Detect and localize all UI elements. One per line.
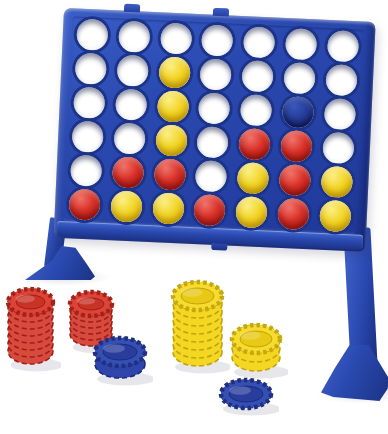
hole [75, 52, 107, 84]
yellow-disc [158, 56, 190, 88]
top-tab [213, 8, 229, 17]
cell-c3-r2[interactable] [153, 54, 196, 90]
yellow-disc [237, 162, 269, 194]
hole [110, 191, 142, 223]
cell-c4-r2[interactable] [195, 56, 238, 92]
hole [237, 162, 269, 194]
hole [235, 196, 267, 228]
cell-c2-r2[interactable] [111, 52, 154, 88]
hole [154, 159, 186, 191]
cell-c4-r6[interactable] [188, 193, 231, 229]
top-tab [124, 4, 140, 13]
hole [197, 126, 229, 158]
yellow-disc [152, 193, 184, 225]
yellow-stack-tall[interactable] [165, 278, 230, 374]
cell-c6-r5[interactable] [273, 162, 316, 198]
yellow-disc [319, 200, 351, 232]
red-disc [277, 198, 309, 230]
red-disc [194, 195, 226, 227]
hole [195, 160, 227, 192]
cell-c3-r6[interactable] [147, 191, 190, 227]
cell-c5-r3[interactable] [235, 92, 278, 128]
yellow-stack-small[interactable] [224, 321, 288, 379]
hole [320, 166, 352, 198]
yellow-disc [320, 166, 352, 198]
hole [115, 88, 147, 120]
hole [72, 121, 104, 153]
hole [243, 26, 275, 58]
hole [240, 94, 272, 126]
hole [323, 98, 355, 130]
hole [117, 54, 149, 86]
hole [200, 58, 232, 90]
hole [155, 124, 187, 156]
cell-c1-r5[interactable] [65, 153, 108, 189]
hole [152, 193, 184, 225]
board-grid [63, 16, 364, 234]
hole [114, 123, 146, 155]
hole [325, 64, 357, 96]
hole [322, 132, 354, 164]
hole [194, 195, 226, 227]
hole [282, 96, 314, 128]
yellow-disc [110, 191, 142, 223]
cell-c5-r4[interactable] [233, 126, 276, 162]
cell-c7-r5[interactable] [315, 164, 358, 200]
hole [160, 22, 192, 54]
left-foot [25, 246, 95, 280]
hole [239, 128, 271, 160]
hole [327, 30, 359, 62]
yellow-disc [235, 196, 267, 228]
cell-c4-r1[interactable] [196, 22, 239, 58]
cell-c7-r4[interactable] [316, 130, 359, 166]
cell-c2-r6[interactable] [105, 189, 148, 225]
hole [242, 60, 274, 92]
cell-c7-r1[interactable] [321, 28, 364, 64]
red-disc [279, 164, 311, 196]
cell-c2-r1[interactable] [113, 18, 156, 54]
bottom-tab [211, 243, 227, 251]
cell-c7-r6[interactable] [313, 198, 356, 234]
hole [202, 24, 234, 56]
cell-c6-r3[interactable] [276, 94, 319, 130]
cell-c6-r2[interactable] [278, 60, 321, 96]
cell-c3-r3[interactable] [151, 88, 194, 124]
yellow-disc [155, 124, 187, 156]
yellow-disc [157, 90, 189, 122]
hole [112, 157, 144, 189]
cell-c4-r3[interactable] [193, 90, 236, 126]
cell-c5-r1[interactable] [238, 24, 281, 60]
red-stack-tall[interactable] [0, 285, 61, 372]
cell-c1-r3[interactable] [68, 85, 111, 121]
cell-c2-r4[interactable] [108, 121, 151, 157]
cell-c4-r5[interactable] [190, 159, 233, 195]
hole [73, 86, 105, 118]
cell-c3-r5[interactable] [148, 157, 191, 193]
scene: Connect Four [0, 0, 388, 434]
cell-c5-r5[interactable] [232, 160, 275, 196]
hole [157, 90, 189, 122]
cell-c5-r6[interactable] [230, 195, 273, 231]
cell-c1-r1[interactable] [71, 16, 114, 52]
cell-c3-r1[interactable] [154, 20, 197, 56]
board-frame [54, 8, 376, 252]
hole [198, 92, 230, 124]
red-disc [280, 130, 312, 162]
hole [158, 56, 190, 88]
hole [279, 164, 311, 196]
cell-c2-r3[interactable] [110, 87, 153, 123]
hole [118, 20, 150, 52]
hole [70, 155, 102, 187]
cell-c5-r2[interactable] [236, 58, 279, 94]
red-disc [239, 128, 271, 160]
hole [277, 198, 309, 230]
blue-stack-pair[interactable] [87, 334, 153, 386]
cell-c6-r4[interactable] [275, 128, 318, 164]
blue-single-disc[interactable] [213, 376, 279, 416]
board-face [63, 16, 364, 234]
cell-c6-r6[interactable] [272, 197, 315, 233]
red-disc [69, 189, 101, 221]
cell-c3-r4[interactable] [150, 123, 193, 159]
cell-c4-r4[interactable] [191, 124, 234, 160]
blue-disc [282, 96, 314, 128]
hole [285, 28, 317, 60]
red-disc [154, 159, 186, 191]
cell-c6-r1[interactable] [279, 26, 322, 62]
hole [69, 189, 101, 221]
red-disc [112, 157, 144, 189]
cell-c1-r2[interactable] [70, 51, 113, 87]
hole [280, 130, 312, 162]
hole [319, 200, 351, 232]
right-foot [321, 345, 388, 401]
cell-c2-r5[interactable] [107, 155, 150, 191]
cell-c7-r3[interactable] [318, 96, 361, 132]
hole [283, 62, 315, 94]
hole [76, 18, 108, 50]
cell-c1-r6[interactable] [63, 187, 106, 223]
cell-c1-r4[interactable] [66, 119, 109, 155]
cell-c7-r2[interactable] [320, 62, 363, 98]
